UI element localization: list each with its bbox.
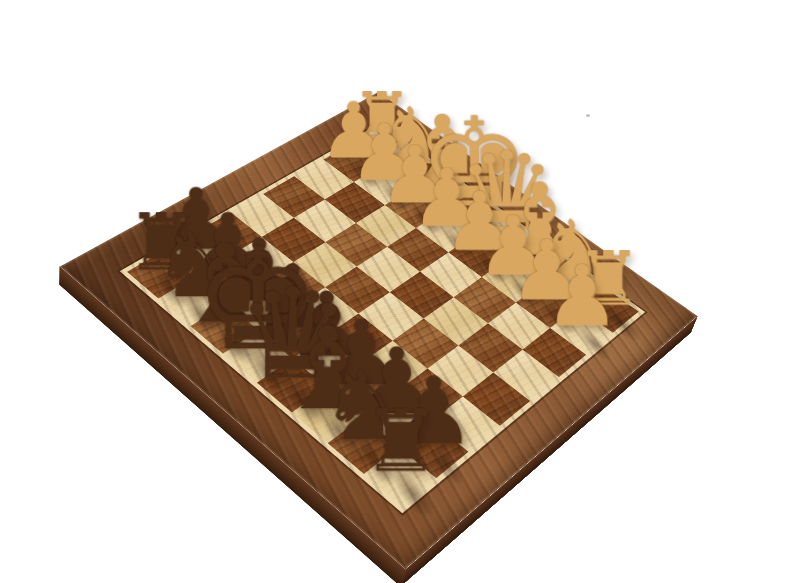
product-photo-stage: ♜♞♝♚♛♝♞♜♟♟♟♟♟♟♟♟♟♟♟♟♟♟♟♟♜♞♝♚♛♝♞♜ [0,0,800,583]
chess-board: ♜♞♝♚♛♝♞♜♟♟♟♟♟♟♟♟♟♟♟♟♟♟♟♟♜♞♝♚♛♝♞♜ [60,92,698,569]
piece-black-rook-a8: ♜ [321,408,479,477]
black-rook-glyph: ♜ [321,408,479,477]
perspective-wrapper: ♜♞♝♚♛♝♞♜♟♟♟♟♟♟♟♟♟♟♟♟♟♟♟♟♜♞♝♚♛♝♞♜ [0,0,800,583]
camera-roll-wrapper: ♜♞♝♚♛♝♞♜♟♟♟♟♟♟♟♟♟♟♟♟♟♟♟♟♜♞♝♚♛♝♞♜ [0,0,800,583]
